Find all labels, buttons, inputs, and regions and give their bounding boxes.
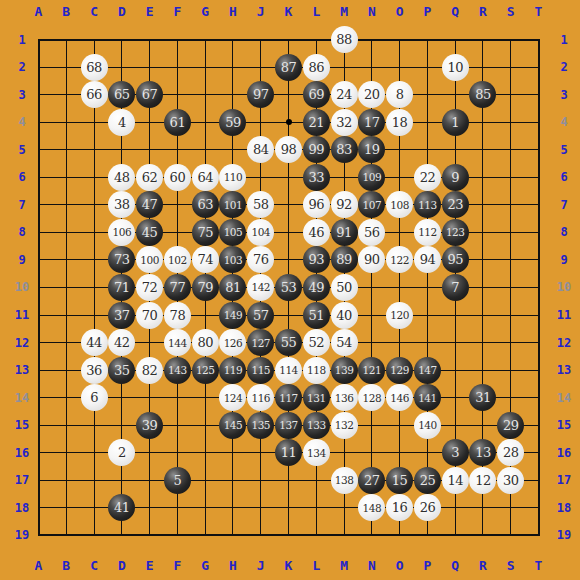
column-label-B: B: [54, 558, 78, 572]
move-number: 98: [281, 142, 297, 157]
row-label-15: 15: [9, 418, 35, 432]
move-number: 67: [142, 87, 158, 102]
stone-M7[interactable]: 92: [331, 191, 358, 218]
column-label-Q: Q: [443, 558, 467, 572]
stone-L4[interactable]: 21: [303, 109, 330, 136]
move-number: 32: [336, 115, 352, 130]
stone-H8[interactable]: 105: [219, 219, 246, 246]
column-label-T: T: [527, 4, 551, 18]
column-label-P: P: [415, 4, 439, 18]
stone-M1[interactable]: 88: [331, 26, 358, 53]
stone-K10[interactable]: 53: [275, 274, 302, 301]
move-number: 97: [253, 87, 269, 102]
stone-C3[interactable]: 66: [81, 81, 108, 108]
move-number: 110: [224, 171, 243, 183]
stone-Q10[interactable]: 7: [442, 274, 469, 301]
stone-E8[interactable]: 45: [136, 219, 163, 246]
stone-H14[interactable]: 124: [219, 384, 246, 411]
move-number: 10: [447, 60, 463, 75]
stone-N8[interactable]: 56: [358, 219, 385, 246]
stone-K12[interactable]: 55: [275, 329, 302, 356]
move-number: 81: [225, 280, 241, 295]
stone-C13[interactable]: 36: [81, 357, 108, 384]
move-number: 53: [281, 280, 297, 295]
stone-F11[interactable]: 78: [164, 302, 191, 329]
grid-line-horizontal: [38, 534, 540, 536]
stone-Q16[interactable]: 3: [442, 439, 469, 466]
stone-P17[interactable]: 25: [414, 467, 441, 494]
move-number: 45: [142, 225, 158, 240]
stone-O4[interactable]: 18: [386, 109, 413, 136]
move-number: 51: [309, 308, 325, 323]
stone-M5[interactable]: 83: [331, 136, 358, 163]
column-label-L: L: [304, 4, 328, 18]
move-number: 12: [475, 473, 491, 488]
move-number: 96: [309, 197, 325, 212]
move-number: 9: [451, 170, 459, 185]
stone-D13[interactable]: 35: [108, 357, 135, 384]
stone-M4[interactable]: 32: [331, 109, 358, 136]
move-number: 106: [113, 226, 132, 238]
stone-R16[interactable]: 13: [469, 439, 496, 466]
move-number: 80: [197, 335, 213, 350]
stone-P14[interactable]: 141: [414, 384, 441, 411]
stone-D7[interactable]: 38: [108, 191, 135, 218]
stone-E6[interactable]: 62: [136, 164, 163, 191]
move-number: 145: [224, 419, 243, 431]
row-label-7: 7: [551, 198, 577, 212]
move-number: 123: [446, 226, 465, 238]
stone-L7[interactable]: 96: [303, 191, 330, 218]
stone-D8[interactable]: 106: [108, 219, 135, 246]
column-label-L: L: [304, 558, 328, 572]
stone-O14[interactable]: 146: [386, 384, 413, 411]
move-number: 36: [86, 363, 102, 378]
move-number: 56: [364, 225, 380, 240]
stone-H9[interactable]: 103: [219, 246, 246, 273]
stone-C14[interactable]: 6: [81, 384, 108, 411]
row-label-18: 18: [551, 501, 577, 515]
stone-K16[interactable]: 11: [275, 439, 302, 466]
stone-S17[interactable]: 30: [497, 467, 524, 494]
move-number: 50: [336, 280, 352, 295]
move-number: 134: [307, 447, 326, 459]
stone-Q6[interactable]: 9: [442, 164, 469, 191]
stone-L13[interactable]: 118: [303, 357, 330, 384]
move-number: 120: [390, 309, 409, 321]
stone-O9[interactable]: 122: [386, 246, 413, 273]
move-number: 121: [363, 364, 382, 376]
stone-F12[interactable]: 144: [164, 329, 191, 356]
stone-F4[interactable]: 61: [164, 109, 191, 136]
move-number: 125: [196, 364, 215, 376]
stone-F17[interactable]: 5: [164, 467, 191, 494]
move-number: 64: [197, 170, 213, 185]
move-number: 42: [114, 335, 130, 350]
stone-E10[interactable]: 72: [136, 274, 163, 301]
star-point-K4: [286, 119, 292, 125]
move-number: 143: [168, 364, 187, 376]
stone-H12[interactable]: 126: [219, 329, 246, 356]
stone-D6[interactable]: 48: [108, 164, 135, 191]
stone-K14[interactable]: 117: [275, 384, 302, 411]
move-number: 127: [251, 337, 270, 349]
stone-E13[interactable]: 82: [136, 357, 163, 384]
stone-Q17[interactable]: 14: [442, 467, 469, 494]
move-number: 27: [364, 473, 380, 488]
stone-L15[interactable]: 133: [303, 412, 330, 439]
move-number: 21: [309, 115, 325, 130]
column-label-H: H: [221, 4, 245, 18]
stone-M14[interactable]: 136: [331, 384, 358, 411]
stone-J9[interactable]: 76: [247, 246, 274, 273]
column-label-O: O: [388, 558, 412, 572]
column-label-G: G: [193, 4, 217, 18]
stone-F10[interactable]: 77: [164, 274, 191, 301]
stone-H4[interactable]: 59: [219, 109, 246, 136]
row-label-4: 4: [9, 115, 35, 129]
stone-G8[interactable]: 75: [192, 219, 219, 246]
stone-O13[interactable]: 129: [386, 357, 413, 384]
stone-L2[interactable]: 86: [303, 54, 330, 81]
stone-J12[interactable]: 127: [247, 329, 274, 356]
stone-G13[interactable]: 125: [192, 357, 219, 384]
stone-L14[interactable]: 131: [303, 384, 330, 411]
stone-N9[interactable]: 90: [358, 246, 385, 273]
stone-N17[interactable]: 27: [358, 467, 385, 494]
stone-L5[interactable]: 99: [303, 136, 330, 163]
stone-E15[interactable]: 39: [136, 412, 163, 439]
stone-C12[interactable]: 44: [81, 329, 108, 356]
move-number: 103: [224, 254, 243, 266]
row-label-14: 14: [9, 391, 35, 405]
move-number: 44: [86, 335, 102, 350]
stone-J10[interactable]: 142: [247, 274, 274, 301]
move-number: 30: [503, 473, 519, 488]
stone-M17[interactable]: 138: [331, 467, 358, 494]
stone-P6[interactable]: 22: [414, 164, 441, 191]
stone-Q4[interactable]: 1: [442, 109, 469, 136]
stone-J7[interactable]: 58: [247, 191, 274, 218]
stone-N4[interactable]: 17: [358, 109, 385, 136]
stone-H15[interactable]: 145: [219, 412, 246, 439]
move-number: 100: [140, 254, 159, 266]
move-number: 85: [475, 87, 491, 102]
row-label-3: 3: [9, 88, 35, 102]
move-number: 4: [118, 115, 126, 130]
column-label-Q: Q: [443, 4, 467, 18]
stone-M8[interactable]: 91: [331, 219, 358, 246]
stone-M15[interactable]: 132: [331, 412, 358, 439]
stone-G6[interactable]: 64: [192, 164, 219, 191]
move-number: 11: [281, 445, 297, 460]
move-number: 136: [335, 392, 354, 404]
stone-C2[interactable]: 68: [81, 54, 108, 81]
stone-J5[interactable]: 84: [247, 136, 274, 163]
move-number: 84: [253, 142, 269, 157]
stone-M13[interactable]: 139: [331, 357, 358, 384]
stone-Q2[interactable]: 10: [442, 54, 469, 81]
move-number: 126: [224, 337, 243, 349]
stone-D12[interactable]: 42: [108, 329, 135, 356]
stone-M11[interactable]: 40: [331, 302, 358, 329]
column-label-M: M: [332, 4, 356, 18]
stone-L16[interactable]: 134: [303, 439, 330, 466]
move-number: 142: [251, 281, 270, 293]
stone-N13[interactable]: 121: [358, 357, 385, 384]
move-number: 102: [168, 254, 187, 266]
stone-D18[interactable]: 41: [108, 494, 135, 521]
stone-M10[interactable]: 50: [331, 274, 358, 301]
move-number: 119: [224, 364, 243, 376]
row-label-2: 2: [9, 60, 35, 74]
stone-H7[interactable]: 101: [219, 191, 246, 218]
column-label-J: J: [249, 4, 273, 18]
move-number: 91: [336, 225, 352, 240]
column-label-G: G: [193, 558, 217, 572]
row-label-9: 9: [551, 253, 577, 267]
stone-E9[interactable]: 100: [136, 246, 163, 273]
stone-Q8[interactable]: 123: [442, 219, 469, 246]
move-number: 112: [418, 226, 437, 238]
stone-L3[interactable]: 69: [303, 81, 330, 108]
move-number: 69: [309, 87, 325, 102]
stone-J3[interactable]: 97: [247, 81, 274, 108]
move-number: 147: [418, 364, 437, 376]
move-number: 57: [253, 308, 269, 323]
stone-G12[interactable]: 80: [192, 329, 219, 356]
move-number: 17: [364, 115, 380, 130]
move-number: 117: [279, 392, 298, 404]
stone-D3[interactable]: 65: [108, 81, 135, 108]
move-number: 6: [90, 390, 98, 405]
move-number: 29: [503, 418, 519, 433]
move-number: 75: [197, 225, 213, 240]
stone-L12[interactable]: 52: [303, 329, 330, 356]
move-number: 118: [307, 364, 326, 376]
move-number: 90: [364, 252, 380, 267]
move-number: 83: [336, 142, 352, 157]
stone-F6[interactable]: 60: [164, 164, 191, 191]
stone-O3[interactable]: 8: [386, 81, 413, 108]
move-number: 95: [447, 252, 463, 267]
stone-L8[interactable]: 46: [303, 219, 330, 246]
stone-G10[interactable]: 79: [192, 274, 219, 301]
move-number: 72: [142, 280, 158, 295]
stone-D11[interactable]: 37: [108, 302, 135, 329]
move-number: 88: [336, 32, 352, 47]
move-number: 41: [114, 500, 130, 515]
move-number: 38: [114, 197, 130, 212]
stone-K5[interactable]: 98: [275, 136, 302, 163]
stone-L11[interactable]: 51: [303, 302, 330, 329]
stone-E7[interactable]: 47: [136, 191, 163, 218]
stone-H13[interactable]: 119: [219, 357, 246, 384]
stone-R14[interactable]: 31: [469, 384, 496, 411]
row-label-13: 13: [551, 363, 577, 377]
stone-Q7[interactable]: 23: [442, 191, 469, 218]
stone-J14[interactable]: 116: [247, 384, 274, 411]
stone-F13[interactable]: 143: [164, 357, 191, 384]
stone-K15[interactable]: 137: [275, 412, 302, 439]
move-number: 89: [336, 252, 352, 267]
stone-N6[interactable]: 109: [358, 164, 385, 191]
move-number: 55: [281, 335, 297, 350]
stone-H11[interactable]: 149: [219, 302, 246, 329]
column-label-M: M: [332, 558, 356, 572]
move-number: 68: [86, 60, 102, 75]
move-number: 140: [418, 419, 437, 431]
move-number: 99: [309, 142, 325, 157]
move-number: 60: [170, 170, 186, 185]
move-number: 78: [170, 308, 186, 323]
column-label-K: K: [277, 4, 301, 18]
move-number: 14: [447, 473, 463, 488]
stone-N7[interactable]: 107: [358, 191, 385, 218]
row-label-5: 5: [551, 143, 577, 157]
stone-O18[interactable]: 16: [386, 494, 413, 521]
move-number: 148: [363, 502, 382, 514]
stone-D4[interactable]: 4: [108, 109, 135, 136]
stone-J15[interactable]: 135: [247, 412, 274, 439]
column-label-H: H: [221, 558, 245, 572]
stone-L6[interactable]: 33: [303, 164, 330, 191]
move-number: 49: [309, 280, 325, 295]
move-number: 141: [418, 392, 437, 404]
stone-S16[interactable]: 28: [497, 439, 524, 466]
move-number: 13: [475, 445, 491, 460]
column-label-N: N: [360, 4, 384, 18]
stone-N18[interactable]: 148: [358, 494, 385, 521]
move-number: 18: [392, 115, 408, 130]
stone-G9[interactable]: 74: [192, 246, 219, 273]
row-label-19: 19: [9, 528, 35, 542]
move-number: 39: [142, 418, 158, 433]
stone-R3[interactable]: 85: [469, 81, 496, 108]
stone-K2[interactable]: 87: [275, 54, 302, 81]
stone-M9[interactable]: 89: [331, 246, 358, 273]
stone-R17[interactable]: 12: [469, 467, 496, 494]
column-label-E: E: [138, 558, 162, 572]
stone-O7[interactable]: 108: [386, 191, 413, 218]
move-number: 116: [251, 392, 270, 404]
column-label-S: S: [499, 558, 523, 572]
move-number: 62: [142, 170, 158, 185]
stone-P9[interactable]: 94: [414, 246, 441, 273]
stone-P15[interactable]: 140: [414, 412, 441, 439]
move-number: 86: [309, 60, 325, 75]
move-number: 92: [336, 197, 352, 212]
stone-E11[interactable]: 70: [136, 302, 163, 329]
row-label-10: 10: [9, 280, 35, 294]
row-label-15: 15: [551, 418, 577, 432]
row-label-10: 10: [551, 280, 577, 294]
move-number: 107: [363, 199, 382, 211]
stone-N5[interactable]: 19: [358, 136, 385, 163]
move-number: 82: [142, 363, 158, 378]
move-number: 66: [86, 87, 102, 102]
row-label-2: 2: [551, 60, 577, 74]
stone-G7[interactable]: 63: [192, 191, 219, 218]
stone-O17[interactable]: 15: [386, 467, 413, 494]
column-label-B: B: [54, 4, 78, 18]
stone-N14[interactable]: 128: [358, 384, 385, 411]
move-number: 33: [309, 170, 325, 185]
stone-D10[interactable]: 71: [108, 274, 135, 301]
move-number: 109: [363, 171, 382, 183]
row-label-8: 8: [551, 225, 577, 239]
move-number: 87: [281, 60, 297, 75]
move-number: 146: [390, 392, 409, 404]
column-label-R: R: [471, 558, 495, 572]
column-label-F: F: [165, 558, 189, 572]
move-number: 132: [335, 419, 354, 431]
column-label-C: C: [82, 4, 106, 18]
move-number: 131: [307, 392, 326, 404]
move-number: 63: [197, 197, 213, 212]
stone-F9[interactable]: 102: [164, 246, 191, 273]
row-label-9: 9: [9, 253, 35, 267]
stone-J13[interactable]: 115: [247, 357, 274, 384]
move-number: 26: [420, 500, 436, 515]
move-number: 94: [420, 252, 436, 267]
stone-H10[interactable]: 81: [219, 274, 246, 301]
stone-H6[interactable]: 110: [219, 164, 246, 191]
move-number: 48: [114, 170, 130, 185]
stone-P18[interactable]: 26: [414, 494, 441, 521]
stone-J8[interactable]: 104: [247, 219, 274, 246]
stone-D16[interactable]: 2: [108, 439, 135, 466]
move-number: 70: [142, 308, 158, 323]
row-label-1: 1: [9, 33, 35, 47]
move-number: 149: [224, 309, 243, 321]
stone-P7[interactable]: 113: [414, 191, 441, 218]
stone-S15[interactable]: 29: [497, 412, 524, 439]
stone-D9[interactable]: 73: [108, 246, 135, 273]
move-number: 115: [251, 364, 270, 376]
grid-line-vertical: [538, 39, 540, 536]
stone-O11[interactable]: 120: [386, 302, 413, 329]
move-number: 79: [197, 280, 213, 295]
stone-M12[interactable]: 54: [331, 329, 358, 356]
row-label-5: 5: [9, 143, 35, 157]
move-number: 46: [309, 225, 325, 240]
move-number: 114: [279, 364, 298, 376]
row-label-4: 4: [551, 115, 577, 129]
column-label-A: A: [27, 4, 51, 18]
column-label-E: E: [138, 4, 162, 18]
row-label-16: 16: [9, 446, 35, 460]
stone-N3[interactable]: 20: [358, 81, 385, 108]
stone-P8[interactable]: 112: [414, 219, 441, 246]
stone-Q9[interactable]: 95: [442, 246, 469, 273]
move-number: 5: [174, 473, 182, 488]
column-label-S: S: [499, 4, 523, 18]
row-label-19: 19: [551, 528, 577, 542]
stone-L10[interactable]: 49: [303, 274, 330, 301]
column-label-R: R: [471, 4, 495, 18]
stone-J11[interactable]: 57: [247, 302, 274, 329]
stone-L9[interactable]: 93: [303, 246, 330, 273]
move-number: 77: [170, 280, 186, 295]
stone-E3[interactable]: 67: [136, 81, 163, 108]
column-label-C: C: [82, 558, 106, 572]
row-label-7: 7: [9, 198, 35, 212]
stone-M3[interactable]: 24: [331, 81, 358, 108]
stone-K13[interactable]: 114: [275, 357, 302, 384]
move-number: 54: [336, 335, 352, 350]
stone-P13[interactable]: 147: [414, 357, 441, 384]
